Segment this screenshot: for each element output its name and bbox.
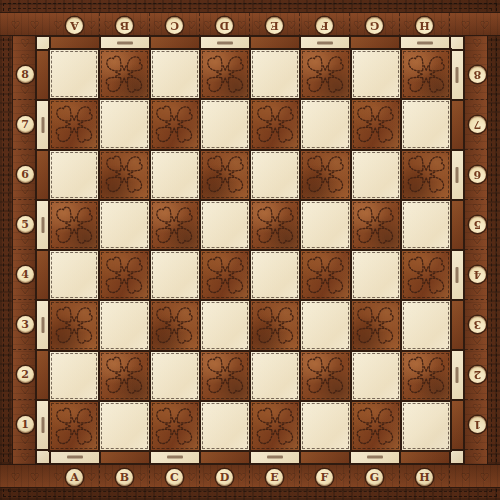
square-e7 (251, 100, 299, 148)
border-strip-left-1 (36, 400, 50, 450)
heart-icon: ♡ (203, 472, 213, 483)
heart-icon: ♡ (20, 353, 30, 364)
file-label-top-f: ♡F♡ (300, 13, 350, 36)
rosette-carving-icon (303, 353, 347, 397)
stamp-mark (417, 42, 433, 45)
border-strip-right-5 (450, 200, 464, 250)
rank-label-right-1: ♡1♡ (465, 400, 488, 450)
heart-icon: ♡ (20, 235, 30, 246)
rank-label-left-3: ♡3♡ (13, 300, 36, 350)
heart-icon: ♡ (472, 103, 482, 114)
square-f8 (301, 50, 349, 98)
stamp-mark (456, 367, 459, 383)
border-strip-right-2 (450, 350, 464, 400)
band-corner-ornament: ♡ (13, 36, 36, 50)
rosette-carving-icon (303, 52, 347, 96)
rank-label-right-3: ♡3♡ (465, 300, 488, 350)
heart-icon: ♡ (11, 20, 21, 31)
rank-label-left-7: ♡7♡ (13, 100, 36, 150)
border-strip-bottom-d (200, 450, 250, 464)
square-b7 (100, 100, 148, 148)
heart-icon: ♡ (472, 303, 482, 314)
band-corner-ornament: ♡♡ (6, 465, 44, 488)
square-c8 (151, 50, 199, 98)
square-g5 (352, 201, 400, 249)
rank-label-coin-right-4: 4 (469, 266, 486, 283)
heart-icon: ♡ (472, 335, 482, 346)
heart-icon: ♡ (336, 20, 346, 31)
stamp-mark (217, 42, 233, 45)
square-b6 (100, 151, 148, 199)
rank-label-coin-left-2: 2 (17, 366, 34, 383)
rank-labels-right: ♡8♡♡7♡♡6♡♡5♡♡4♡♡3♡♡2♡♡1♡♡♡ (464, 36, 488, 464)
square-e3 (251, 301, 299, 349)
playing-grid (50, 50, 450, 450)
square-g3 (352, 301, 400, 349)
border-strip-bottom-a (50, 450, 100, 464)
heart-icon: ♡ (20, 452, 30, 463)
stamp-mark (456, 267, 459, 283)
heart-icon: ♡ (53, 472, 63, 483)
file-labels-top: ♡A♡♡B♡♡C♡♡D♡♡E♡♡F♡♡G♡♡H♡♡♡♡♡ (0, 12, 500, 36)
square-a2 (50, 352, 98, 400)
rosette-carving-icon (203, 253, 247, 297)
square-c2 (151, 352, 199, 400)
heart-icon: ♡ (253, 20, 263, 31)
file-label-coin-top-b: B (116, 17, 133, 34)
file-label-bottom-a: ♡A♡ (50, 465, 100, 488)
heart-icon: ♡ (186, 20, 196, 31)
rank-label-left-4: ♡4♡ (13, 250, 36, 300)
square-h8 (402, 50, 450, 98)
heart-icon: ♡ (480, 20, 490, 31)
heart-icon: ♡ (461, 20, 471, 31)
rosette-carving-icon (203, 353, 247, 397)
border-strip-bottom-f (300, 450, 350, 464)
square-d6 (201, 151, 249, 199)
heart-icon: ♡ (186, 472, 196, 483)
heart-icon: ♡ (20, 103, 30, 114)
rosette-carving-icon (203, 52, 247, 96)
square-a4 (50, 251, 98, 299)
heart-icon: ♡ (203, 20, 213, 31)
square-e6 (251, 151, 299, 199)
heart-icon: ♡ (30, 20, 40, 31)
heart-icon: ♡ (480, 472, 490, 483)
heart-icon: ♡ (472, 135, 482, 146)
heart-icon: ♡ (436, 20, 446, 31)
heart-icon: ♡ (53, 20, 63, 31)
stamp-mark (42, 217, 45, 233)
file-label-top-h: ♡H♡ (400, 13, 450, 36)
stamp-mark (167, 456, 183, 459)
band-corner-ornament: ♡ (465, 450, 488, 464)
rosette-carving-icon (353, 102, 397, 146)
rosette-carving-icon (52, 102, 96, 146)
rosette-carving-icon (353, 404, 397, 448)
border-strip-left-3 (36, 300, 50, 350)
rank-label-coin-left-8: 8 (17, 66, 34, 83)
stamp-mark (456, 67, 459, 83)
rank-label-coin-right-7: 7 (469, 116, 486, 133)
border-strip-bottom-b (100, 450, 150, 464)
border-strip-top-b (100, 36, 150, 50)
rank-label-left-6: ♡6♡ (13, 150, 36, 200)
rank-label-coin-left-3: 3 (17, 316, 34, 333)
square-a6 (50, 151, 98, 199)
square-g7 (352, 100, 400, 148)
rosette-carving-icon (203, 152, 247, 196)
stamp-mark (267, 456, 283, 459)
square-f1 (301, 402, 349, 450)
square-a5 (50, 201, 98, 249)
heart-icon: ♡ (436, 472, 446, 483)
rank-label-coin-left-7: 7 (17, 116, 34, 133)
square-h1 (402, 402, 450, 450)
heart-icon: ♡ (472, 53, 482, 64)
heart-icon: ♡ (403, 472, 413, 483)
heart-icon: ♡ (20, 253, 30, 264)
rank-label-coin-right-2: 2 (469, 366, 486, 383)
file-label-coin-top-c: C (166, 17, 183, 34)
border-strip-right-3 (450, 300, 464, 350)
square-c6 (151, 151, 199, 199)
square-h7 (402, 100, 450, 148)
border-strip-bottom-c (150, 450, 200, 464)
border-strip-left-8 (36, 50, 50, 100)
rosette-carving-icon (303, 253, 347, 297)
file-label-bottom-h: ♡H♡ (400, 465, 450, 488)
border-strip-top-d (200, 36, 250, 50)
file-label-coin-top-f: F (316, 17, 333, 34)
rosette-carving-icon (253, 203, 297, 247)
rank-label-left-8: ♡8♡ (13, 50, 36, 100)
heart-icon: ♡ (20, 385, 30, 396)
border-strip-left-7 (36, 100, 50, 150)
file-label-top-a: ♡A♡ (50, 13, 100, 36)
border-strip-left-2 (36, 350, 50, 400)
rosette-carving-icon (404, 52, 448, 96)
heart-icon: ♡ (103, 472, 113, 483)
file-labels-bottom: ♡A♡♡B♡♡C♡♡D♡♡E♡♡F♡♡G♡♡H♡♡♡♡♡ (0, 464, 500, 488)
square-b5 (100, 201, 148, 249)
rosette-carving-icon (102, 152, 146, 196)
file-label-coin-bottom-g: G (366, 469, 383, 486)
file-label-top-b: ♡B♡ (100, 13, 150, 36)
square-g8 (352, 50, 400, 98)
file-label-coin-bottom-a: A (66, 469, 83, 486)
border-strip-left-6 (36, 150, 50, 200)
rosette-carving-icon (102, 253, 146, 297)
square-d4 (201, 251, 249, 299)
heart-icon: ♡ (472, 203, 482, 214)
square-h4 (402, 251, 450, 299)
square-e2 (251, 352, 299, 400)
heart-icon: ♡ (20, 335, 30, 346)
stamp-mark (367, 456, 383, 459)
rosette-carving-icon (152, 404, 196, 448)
square-h6 (402, 151, 450, 199)
square-e8 (251, 50, 299, 98)
heart-icon: ♡ (403, 20, 413, 31)
file-label-bottom-c: ♡C♡ (150, 465, 200, 488)
heart-icon: ♡ (386, 20, 396, 31)
border-strip-right-6 (450, 150, 464, 200)
heart-icon: ♡ (286, 472, 296, 483)
file-label-coin-bottom-f: F (316, 469, 333, 486)
rosette-carving-icon (353, 303, 397, 347)
border-strip-top-c (150, 36, 200, 50)
rank-label-right-6: ♡6♡ (465, 150, 488, 200)
heart-icon: ♡ (303, 472, 313, 483)
heart-icon: ♡ (472, 435, 482, 446)
square-f6 (301, 151, 349, 199)
border-strip-right-1 (450, 400, 464, 450)
border-strip-top-a (50, 36, 100, 50)
border-strip-corner (450, 36, 464, 50)
square-f5 (301, 201, 349, 249)
heart-icon: ♡ (103, 20, 113, 31)
heart-icon: ♡ (20, 403, 30, 414)
file-label-coin-bottom-b: B (116, 469, 133, 486)
file-label-top-d: ♡D♡ (200, 13, 250, 36)
border-strip-bottom-e (250, 450, 300, 464)
heart-icon: ♡ (86, 20, 96, 31)
heart-icon: ♡ (386, 472, 396, 483)
heart-icon: ♡ (472, 185, 482, 196)
file-label-top-g: ♡G♡ (350, 13, 400, 36)
square-f3 (301, 301, 349, 349)
square-c4 (151, 251, 199, 299)
border-strip-corner (450, 450, 464, 464)
heart-icon: ♡ (20, 38, 30, 49)
border-strip-bottom-g (350, 450, 400, 464)
square-h2 (402, 352, 450, 400)
file-label-top-e: ♡E♡ (250, 13, 300, 36)
rank-label-right-2: ♡2♡ (465, 350, 488, 400)
stamp-mark (42, 417, 45, 433)
file-label-bottom-f: ♡F♡ (300, 465, 350, 488)
square-f7 (301, 100, 349, 148)
square-d8 (201, 50, 249, 98)
file-label-bottom-d: ♡D♡ (200, 465, 250, 488)
square-d2 (201, 352, 249, 400)
heart-icon: ♡ (20, 435, 30, 446)
square-d5 (201, 201, 249, 249)
rosette-carving-icon (404, 152, 448, 196)
rosette-carving-icon (52, 303, 96, 347)
rank-label-coin-right-3: 3 (469, 316, 486, 333)
heart-icon: ♡ (153, 472, 163, 483)
heart-icon: ♡ (303, 20, 313, 31)
rank-label-right-7: ♡7♡ (465, 100, 488, 150)
stamp-mark (317, 42, 333, 45)
heart-icon: ♡ (86, 472, 96, 483)
border-strip-corner (36, 36, 50, 50)
heart-icon: ♡ (136, 472, 146, 483)
heart-icon: ♡ (20, 135, 30, 146)
square-f2 (301, 352, 349, 400)
file-label-coin-bottom-e: E (266, 469, 283, 486)
square-a3 (50, 301, 98, 349)
rosette-carving-icon (102, 353, 146, 397)
square-c1 (151, 402, 199, 450)
file-label-coin-top-e: E (266, 17, 283, 34)
border-strip-left-5 (36, 200, 50, 250)
rank-label-coin-left-6: 6 (17, 166, 34, 183)
border-strip-right-4 (450, 250, 464, 300)
stamp-mark (42, 117, 45, 133)
heart-icon: ♡ (472, 253, 482, 264)
band-corner-ornament: ♡♡ (456, 465, 494, 488)
square-d7 (201, 100, 249, 148)
rank-label-left-2: ♡2♡ (13, 350, 36, 400)
band-corner-ornament: ♡♡ (456, 13, 494, 36)
rank-label-left-1: ♡1♡ (13, 400, 36, 450)
file-label-coin-bottom-c: C (166, 469, 183, 486)
file-label-top-c: ♡C♡ (150, 13, 200, 36)
square-b8 (100, 50, 148, 98)
heart-icon: ♡ (253, 472, 263, 483)
heart-icon: ♡ (472, 235, 482, 246)
rosette-carving-icon (52, 203, 96, 247)
square-g4 (352, 251, 400, 299)
file-label-coin-top-a: A (66, 17, 83, 34)
file-label-coin-top-d: D (216, 17, 233, 34)
rank-label-coin-left-5: 5 (17, 216, 34, 233)
file-label-coin-top-h: H (416, 17, 433, 34)
stamp-mark (67, 456, 83, 459)
border-strip-corner (36, 450, 50, 464)
square-e1 (251, 402, 299, 450)
square-g1 (352, 402, 400, 450)
square-a7 (50, 100, 98, 148)
heart-icon: ♡ (20, 303, 30, 314)
square-b1 (100, 402, 148, 450)
file-label-coin-bottom-d: D (216, 469, 233, 486)
square-b2 (100, 352, 148, 400)
rosette-carving-icon (52, 404, 96, 448)
heart-icon: ♡ (336, 472, 346, 483)
square-a1 (50, 402, 98, 450)
border-strip-right-8 (450, 50, 464, 100)
square-g6 (352, 151, 400, 199)
square-e4 (251, 251, 299, 299)
heart-icon: ♡ (236, 472, 246, 483)
square-g2 (352, 352, 400, 400)
heart-icon: ♡ (11, 472, 21, 483)
square-d1 (201, 402, 249, 450)
heart-icon: ♡ (353, 472, 363, 483)
square-b4 (100, 251, 148, 299)
file-label-coin-top-g: G (366, 17, 383, 34)
square-c7 (151, 100, 199, 148)
heart-icon: ♡ (20, 185, 30, 196)
stamp-mark (456, 167, 459, 183)
rosette-carving-icon (152, 303, 196, 347)
file-label-bottom-g: ♡G♡ (350, 465, 400, 488)
rank-label-right-8: ♡8♡ (465, 50, 488, 100)
band-corner-ornament: ♡♡ (6, 13, 44, 36)
rosette-carving-icon (152, 102, 196, 146)
square-f4 (301, 251, 349, 299)
square-c3 (151, 301, 199, 349)
rank-label-coin-right-8: 8 (469, 66, 486, 83)
rank-label-right-4: ♡4♡ (465, 250, 488, 300)
file-label-bottom-b: ♡B♡ (100, 465, 150, 488)
heart-icon: ♡ (461, 472, 471, 483)
band-corner-ornament: ♡ (465, 36, 488, 50)
rank-label-coin-right-5: 5 (469, 216, 486, 233)
border-strip-left-4 (36, 250, 50, 300)
rosette-carving-icon (353, 203, 397, 247)
border-strip-right-7 (450, 100, 464, 150)
border-strip-top-g (350, 36, 400, 50)
heart-icon: ♡ (30, 472, 40, 483)
rank-labels-left: ♡8♡♡7♡♡6♡♡5♡♡4♡♡3♡♡2♡♡1♡♡♡ (12, 36, 36, 464)
stamp-mark (42, 317, 45, 333)
square-c5 (151, 201, 199, 249)
rosette-carving-icon (404, 253, 448, 297)
heart-icon: ♡ (472, 403, 482, 414)
heart-icon: ♡ (472, 153, 482, 164)
heart-icon: ♡ (472, 285, 482, 296)
file-label-bottom-e: ♡E♡ (250, 465, 300, 488)
rank-label-coin-right-6: 6 (469, 166, 486, 183)
rosette-carving-icon (102, 52, 146, 96)
heart-icon: ♡ (236, 20, 246, 31)
heart-icon: ♡ (20, 285, 30, 296)
chessboard: ♡A♡♡B♡♡C♡♡D♡♡E♡♡F♡♡G♡♡H♡♡♡♡♡ ♡A♡♡B♡♡C♡♡D… (0, 0, 500, 500)
square-e5 (251, 201, 299, 249)
rosette-carving-icon (253, 404, 297, 448)
heart-icon: ♡ (472, 452, 482, 463)
rank-label-coin-left-4: 4 (17, 266, 34, 283)
heart-icon: ♡ (153, 20, 163, 31)
rosette-carving-icon (303, 152, 347, 196)
square-h3 (402, 301, 450, 349)
heart-icon: ♡ (20, 203, 30, 214)
heart-icon: ♡ (472, 85, 482, 96)
heart-icon: ♡ (20, 53, 30, 64)
heart-icon: ♡ (472, 353, 482, 364)
rank-label-coin-left-1: 1 (17, 416, 34, 433)
square-a8 (50, 50, 98, 98)
rank-label-right-5: ♡5♡ (465, 200, 488, 250)
heart-icon: ♡ (136, 20, 146, 31)
stamp-mark (117, 42, 133, 45)
rosette-carving-icon (253, 303, 297, 347)
border-strip-top-h (400, 36, 450, 50)
band-corner-ornament: ♡ (13, 450, 36, 464)
heart-icon: ♡ (20, 153, 30, 164)
rosette-carving-icon (404, 353, 448, 397)
rosette-carving-icon (253, 102, 297, 146)
border-strip-top-f (300, 36, 350, 50)
square-h5 (402, 201, 450, 249)
border-strip-bottom-h (400, 450, 450, 464)
border-strip-top-e (250, 36, 300, 50)
square-b3 (100, 301, 148, 349)
rank-label-coin-right-1: 1 (469, 416, 486, 433)
rank-label-left-5: ♡5♡ (13, 200, 36, 250)
heart-icon: ♡ (286, 20, 296, 31)
rosette-carving-icon (152, 203, 196, 247)
file-label-coin-bottom-h: H (416, 469, 433, 486)
square-d3 (201, 301, 249, 349)
heart-icon: ♡ (472, 385, 482, 396)
heart-icon: ♡ (472, 38, 482, 49)
